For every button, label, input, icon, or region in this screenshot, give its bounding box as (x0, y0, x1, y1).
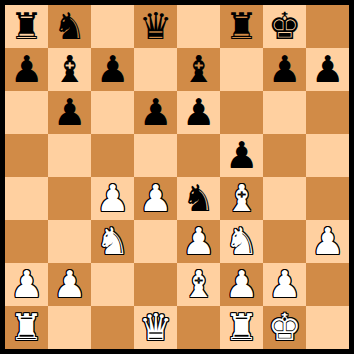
square-b1[interactable] (48, 306, 91, 349)
square-c3[interactable]: ♞ (91, 220, 134, 263)
square-d1[interactable]: ♛ (134, 306, 177, 349)
square-b3[interactable] (48, 220, 91, 263)
piece-white-bishop[interactable]: ♝ (225, 177, 258, 220)
square-c4[interactable]: ♟ (91, 177, 134, 220)
piece-black-rook[interactable]: ♜ (10, 5, 43, 48)
piece-black-knight[interactable]: ♞ (53, 5, 86, 48)
square-g6[interactable] (263, 91, 306, 134)
square-g1[interactable]: ♚ (263, 306, 306, 349)
square-f1[interactable]: ♜ (220, 306, 263, 349)
square-f2[interactable]: ♟ (220, 263, 263, 306)
piece-black-pawn[interactable]: ♟ (311, 48, 344, 91)
chess-board-frame: ♜♞♛♜♚♟♝♟♝♟♟♟♟♟♟♟♟♞♝♞♟♞♟♟♟♝♟♟♜♛♜♚ (0, 0, 354, 354)
square-a2[interactable]: ♟ (5, 263, 48, 306)
square-c7[interactable]: ♟ (91, 48, 134, 91)
square-b4[interactable] (48, 177, 91, 220)
square-f6[interactable] (220, 91, 263, 134)
square-g4[interactable] (263, 177, 306, 220)
square-d5[interactable] (134, 134, 177, 177)
piece-black-pawn[interactable]: ♟ (139, 91, 172, 134)
square-d2[interactable] (134, 263, 177, 306)
square-e3[interactable]: ♟ (177, 220, 220, 263)
square-b2[interactable]: ♟ (48, 263, 91, 306)
square-d7[interactable] (134, 48, 177, 91)
square-h5[interactable] (306, 134, 349, 177)
piece-black-pawn[interactable]: ♟ (53, 91, 86, 134)
square-d3[interactable] (134, 220, 177, 263)
square-h6[interactable] (306, 91, 349, 134)
piece-black-pawn[interactable]: ♟ (268, 48, 301, 91)
square-c2[interactable] (91, 263, 134, 306)
square-g5[interactable] (263, 134, 306, 177)
piece-black-pawn[interactable]: ♟ (10, 48, 43, 91)
piece-white-bishop[interactable]: ♝ (182, 263, 215, 306)
piece-white-rook[interactable]: ♜ (225, 306, 258, 349)
piece-black-queen[interactable]: ♛ (139, 5, 172, 48)
square-h3[interactable]: ♟ (306, 220, 349, 263)
square-f4[interactable]: ♝ (220, 177, 263, 220)
piece-white-pawn[interactable]: ♟ (182, 220, 215, 263)
chess-board: ♜♞♛♜♚♟♝♟♝♟♟♟♟♟♟♟♟♞♝♞♟♞♟♟♟♝♟♟♜♛♜♚ (5, 5, 349, 349)
square-h8[interactable] (306, 5, 349, 48)
square-b5[interactable] (48, 134, 91, 177)
piece-white-pawn[interactable]: ♟ (53, 263, 86, 306)
piece-black-pawn[interactable]: ♟ (225, 134, 258, 177)
piece-white-pawn[interactable]: ♟ (225, 263, 258, 306)
square-e8[interactable] (177, 5, 220, 48)
square-c6[interactable] (91, 91, 134, 134)
piece-white-rook[interactable]: ♜ (10, 306, 43, 349)
piece-black-bishop[interactable]: ♝ (53, 48, 86, 91)
square-c1[interactable] (91, 306, 134, 349)
square-a7[interactable]: ♟ (5, 48, 48, 91)
square-a1[interactable]: ♜ (5, 306, 48, 349)
square-f7[interactable] (220, 48, 263, 91)
square-d4[interactable]: ♟ (134, 177, 177, 220)
piece-black-pawn[interactable]: ♟ (96, 48, 129, 91)
piece-white-knight[interactable]: ♞ (225, 220, 258, 263)
square-a8[interactable]: ♜ (5, 5, 48, 48)
square-f3[interactable]: ♞ (220, 220, 263, 263)
square-e5[interactable] (177, 134, 220, 177)
square-g2[interactable]: ♟ (263, 263, 306, 306)
square-h7[interactable]: ♟ (306, 48, 349, 91)
square-e7[interactable]: ♝ (177, 48, 220, 91)
square-g7[interactable]: ♟ (263, 48, 306, 91)
piece-white-king[interactable]: ♚ (268, 306, 301, 349)
piece-white-queen[interactable]: ♛ (139, 306, 172, 349)
square-f8[interactable]: ♜ (220, 5, 263, 48)
square-d8[interactable]: ♛ (134, 5, 177, 48)
square-d6[interactable]: ♟ (134, 91, 177, 134)
square-e2[interactable]: ♝ (177, 263, 220, 306)
piece-white-pawn[interactable]: ♟ (96, 177, 129, 220)
piece-black-bishop[interactable]: ♝ (182, 48, 215, 91)
square-g3[interactable] (263, 220, 306, 263)
piece-white-knight[interactable]: ♞ (96, 220, 129, 263)
piece-black-knight[interactable]: ♞ (182, 177, 215, 220)
square-b6[interactable]: ♟ (48, 91, 91, 134)
piece-black-pawn[interactable]: ♟ (182, 91, 215, 134)
square-e6[interactable]: ♟ (177, 91, 220, 134)
square-h1[interactable] (306, 306, 349, 349)
piece-black-king[interactable]: ♚ (268, 5, 301, 48)
square-e1[interactable] (177, 306, 220, 349)
square-e4[interactable]: ♞ (177, 177, 220, 220)
square-c5[interactable] (91, 134, 134, 177)
square-a4[interactable] (5, 177, 48, 220)
piece-black-rook[interactable]: ♜ (225, 5, 258, 48)
square-h2[interactable] (306, 263, 349, 306)
square-f5[interactable]: ♟ (220, 134, 263, 177)
piece-white-pawn[interactable]: ♟ (139, 177, 172, 220)
square-g8[interactable]: ♚ (263, 5, 306, 48)
square-h4[interactable] (306, 177, 349, 220)
piece-white-pawn[interactable]: ♟ (268, 263, 301, 306)
piece-white-pawn[interactable]: ♟ (311, 220, 344, 263)
square-b7[interactable]: ♝ (48, 48, 91, 91)
square-c8[interactable] (91, 5, 134, 48)
piece-white-pawn[interactable]: ♟ (10, 263, 43, 306)
square-a5[interactable] (5, 134, 48, 177)
square-a6[interactable] (5, 91, 48, 134)
square-a3[interactable] (5, 220, 48, 263)
square-b8[interactable]: ♞ (48, 5, 91, 48)
